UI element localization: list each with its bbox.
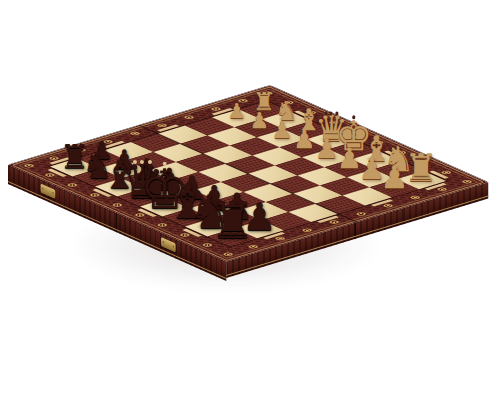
gold-ring-ornament <box>461 179 473 184</box>
chess-set-photo: ♜♞♝♛♚♝♞♜♟♟♟♟♟♟♟♟♟♟♟♟♟♟♟♟♜♞♝♛♚♝♞♜ <box>0 0 500 400</box>
piece-white-rook[interactable]: ♜ <box>404 149 438 187</box>
piece-white-pawn[interactable]: ♟ <box>380 163 408 194</box>
gold-ring-ornament <box>328 220 340 225</box>
piece-black-rook[interactable]: ♜ <box>210 196 255 246</box>
gold-ring-ornament <box>301 228 313 233</box>
gold-ring-ornament <box>183 115 195 120</box>
gold-ring-ornament <box>44 173 56 178</box>
gold-ring-ornament <box>355 212 367 217</box>
gold-ring-ornament <box>409 195 421 200</box>
piece-white-pawn[interactable]: ♟ <box>249 110 269 132</box>
gold-ring-ornament <box>382 203 394 208</box>
gold-ring-ornament <box>89 193 101 198</box>
gold-ring-ornament <box>66 183 78 188</box>
piece-white-pawn[interactable]: ♟ <box>315 136 339 163</box>
piece-white-pawn[interactable]: ♟ <box>271 119 292 143</box>
gold-ring-ornament <box>222 252 234 257</box>
piece-white-pawn[interactable]: ♟ <box>293 128 316 153</box>
gold-ring-ornament <box>129 131 141 136</box>
gold-ring-ornament <box>23 163 35 168</box>
piece-white-pawn[interactable]: ♟ <box>228 101 246 122</box>
